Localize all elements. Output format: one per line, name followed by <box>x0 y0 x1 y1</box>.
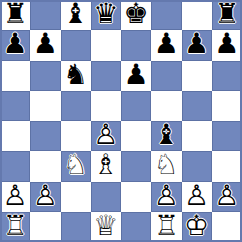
square-h1[interactable] <box>212 212 242 242</box>
piece-glyph-fill: ♟ <box>0 29 30 59</box>
square-h2[interactable]: ♟♙ <box>212 182 242 212</box>
square-b5[interactable] <box>30 91 60 121</box>
square-a6[interactable] <box>0 61 30 91</box>
black-bishop[interactable]: ♝ <box>61 0 91 30</box>
piece-glyph-fill: ♟ <box>121 60 151 90</box>
square-c6[interactable]: ♞ <box>61 61 91 91</box>
white-queen[interactable]: ♛♕ <box>91 212 121 242</box>
square-h3[interactable] <box>212 151 242 181</box>
square-a1[interactable]: ♜♖ <box>0 212 30 242</box>
square-g8[interactable] <box>182 0 212 30</box>
piece-glyph-outline: ♙ <box>30 181 60 211</box>
square-f8[interactable] <box>151 0 181 30</box>
square-d7[interactable] <box>91 30 121 60</box>
square-a7[interactable]: ♟ <box>0 30 30 60</box>
black-knight[interactable]: ♞ <box>61 61 91 91</box>
square-d8[interactable]: ♛ <box>91 0 121 30</box>
piece-glyph-outline: ♘ <box>151 150 181 180</box>
black-pawn[interactable]: ♟ <box>151 30 181 60</box>
piece-glyph-outline: ♖ <box>151 211 181 241</box>
square-b4[interactable] <box>30 121 60 151</box>
square-b2[interactable]: ♟♙ <box>30 182 60 212</box>
square-g5[interactable] <box>182 91 212 121</box>
square-g1[interactable]: ♚♔ <box>182 212 212 242</box>
piece-glyph-fill: ♜ <box>212 0 242 29</box>
square-c2[interactable] <box>61 182 91 212</box>
square-d1[interactable]: ♛♕ <box>91 212 121 242</box>
piece-glyph-fill: ♝ <box>151 120 181 150</box>
square-b8[interactable] <box>30 0 60 30</box>
piece-glyph-fill: ♟ <box>30 29 60 59</box>
black-pawn[interactable]: ♟ <box>121 61 151 91</box>
square-f6[interactable] <box>151 61 181 91</box>
square-h8[interactable]: ♜ <box>212 0 242 30</box>
square-c5[interactable] <box>61 91 91 121</box>
square-d4[interactable]: ♟♙ <box>91 121 121 151</box>
white-pawn[interactable]: ♟♙ <box>212 182 242 212</box>
piece-glyph-fill: ♚ <box>121 0 151 29</box>
square-e3[interactable] <box>121 151 151 181</box>
piece-glyph-fill: ♟ <box>212 29 242 59</box>
black-pawn[interactable]: ♟ <box>30 30 60 60</box>
square-f2[interactable]: ♟♙ <box>151 182 181 212</box>
square-h5[interactable] <box>212 91 242 121</box>
piece-glyph-outline: ♕ <box>91 211 121 241</box>
chess-board: ♜♝♛♚♜♟♟♟♟♟♞♟♟♙♝♞♘♝♗♞♘♟♙♟♙♟♙♟♙♟♙♜♖♛♕♜♖♚♔ <box>0 0 242 242</box>
piece-glyph-fill: ♟ <box>151 29 181 59</box>
square-d2[interactable] <box>91 182 121 212</box>
square-g4[interactable] <box>182 121 212 151</box>
square-f1[interactable]: ♜♖ <box>151 212 181 242</box>
square-f4[interactable]: ♝ <box>151 121 181 151</box>
black-pawn[interactable]: ♟ <box>212 30 242 60</box>
black-rook[interactable]: ♜ <box>0 0 30 30</box>
piece-glyph-outline: ♔ <box>182 211 212 241</box>
square-d5[interactable] <box>91 91 121 121</box>
square-c4[interactable] <box>61 121 91 151</box>
black-rook[interactable]: ♜ <box>212 0 242 30</box>
square-b1[interactable] <box>30 212 60 242</box>
square-c1[interactable] <box>61 212 91 242</box>
white-pawn[interactable]: ♟♙ <box>91 121 121 151</box>
square-g2[interactable]: ♟♙ <box>182 182 212 212</box>
white-knight[interactable]: ♞♘ <box>61 151 91 181</box>
square-c7[interactable] <box>61 30 91 60</box>
piece-glyph-fill: ♞ <box>61 60 91 90</box>
white-rook[interactable]: ♜♖ <box>0 212 30 242</box>
square-e7[interactable] <box>121 30 151 60</box>
square-g6[interactable] <box>182 61 212 91</box>
piece-glyph-outline: ♙ <box>0 181 30 211</box>
piece-glyph-fill: ♝ <box>61 0 91 29</box>
square-b6[interactable] <box>30 61 60 91</box>
white-pawn[interactable]: ♟♙ <box>30 182 60 212</box>
white-pawn[interactable]: ♟♙ <box>0 182 30 212</box>
piece-glyph-outline: ♙ <box>91 120 121 150</box>
piece-glyph-outline: ♘ <box>61 150 91 180</box>
piece-glyph-outline: ♗ <box>91 150 121 180</box>
black-pawn[interactable]: ♟ <box>182 30 212 60</box>
white-bishop[interactable]: ♝♗ <box>91 151 121 181</box>
black-queen[interactable]: ♛ <box>91 0 121 30</box>
square-g3[interactable] <box>182 151 212 181</box>
square-a5[interactable] <box>0 91 30 121</box>
black-pawn[interactable]: ♟ <box>0 30 30 60</box>
square-d6[interactable] <box>91 61 121 91</box>
square-a3[interactable] <box>0 151 30 181</box>
black-bishop[interactable]: ♝ <box>151 121 181 151</box>
piece-glyph-fill: ♜ <box>0 0 30 29</box>
square-h7[interactable]: ♟ <box>212 30 242 60</box>
piece-glyph-outline: ♙ <box>151 181 181 211</box>
square-e8[interactable]: ♚ <box>121 0 151 30</box>
square-c8[interactable]: ♝ <box>61 0 91 30</box>
square-f3[interactable]: ♞♘ <box>151 151 181 181</box>
piece-glyph-outline: ♙ <box>212 181 242 211</box>
white-rook[interactable]: ♜♖ <box>151 212 181 242</box>
white-pawn[interactable]: ♟♙ <box>182 182 212 212</box>
square-e6[interactable]: ♟ <box>121 61 151 91</box>
square-f7[interactable]: ♟ <box>151 30 181 60</box>
square-b3[interactable] <box>30 151 60 181</box>
square-f5[interactable] <box>151 91 181 121</box>
square-c3[interactable]: ♞♘ <box>61 151 91 181</box>
square-h4[interactable] <box>212 121 242 151</box>
white-pawn[interactable]: ♟♙ <box>151 182 181 212</box>
white-king[interactable]: ♚♔ <box>182 212 212 242</box>
square-h6[interactable] <box>212 61 242 91</box>
square-a8[interactable]: ♜ <box>0 0 30 30</box>
square-g7[interactable]: ♟ <box>182 30 212 60</box>
piece-glyph-fill: ♟ <box>182 29 212 59</box>
square-e1[interactable] <box>121 212 151 242</box>
white-knight[interactable]: ♞♘ <box>151 151 181 181</box>
black-king[interactable]: ♚ <box>121 0 151 30</box>
piece-glyph-fill: ♛ <box>91 0 121 29</box>
square-e4[interactable] <box>121 121 151 151</box>
piece-glyph-outline: ♖ <box>0 211 30 241</box>
square-d3[interactable]: ♝♗ <box>91 151 121 181</box>
piece-glyph-outline: ♙ <box>182 181 212 211</box>
square-e2[interactable] <box>121 182 151 212</box>
square-e5[interactable] <box>121 91 151 121</box>
square-a2[interactable]: ♟♙ <box>0 182 30 212</box>
square-a4[interactable] <box>0 121 30 151</box>
square-b7[interactable]: ♟ <box>30 30 60 60</box>
